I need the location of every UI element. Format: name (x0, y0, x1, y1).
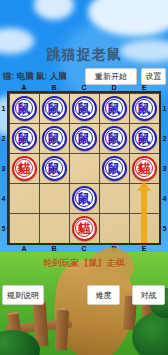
mouse-glyph: 鼠 (18, 102, 31, 115)
coordinate-label: 5 (161, 213, 168, 243)
mouse-piece[interactable]: 鼠 (12, 96, 37, 121)
restart-button[interactable]: 重新开始 (85, 68, 137, 85)
cat-piece[interactable]: 貓 (12, 156, 37, 181)
piece-inner-ring: 鼠 (105, 129, 123, 147)
piece-inner-ring: 鼠 (45, 159, 63, 177)
coordinate-label: D (99, 84, 129, 91)
battle-button[interactable]: 对战 (132, 285, 165, 305)
mouse-glyph: 鼠 (138, 102, 151, 115)
board-cell-E1[interactable]: 鼠 (129, 93, 159, 123)
cat-glyph: 貓 (78, 222, 91, 235)
rules-button[interactable]: 规则说明 (2, 285, 44, 305)
mouse-piece[interactable]: 鼠 (72, 186, 97, 211)
mouse-piece[interactable]: 鼠 (102, 96, 127, 121)
column-labels-top: ABCDE (9, 84, 159, 91)
row-labels-left: 12345 (0, 93, 7, 243)
piece-inner-ring: 貓 (15, 159, 33, 177)
bush (132, 312, 168, 355)
board-cell-D5[interactable] (99, 213, 129, 243)
mouse-piece[interactable]: 鼠 (42, 96, 67, 121)
row-labels-right: 12345 (161, 93, 168, 243)
cat-piece[interactable]: 貓 (132, 156, 157, 181)
piece-inner-ring: 鼠 (15, 99, 33, 117)
cat-glyph: 貓 (18, 162, 31, 175)
board-cell-C5[interactable]: 貓 (69, 213, 99, 243)
mouse-glyph: 鼠 (18, 132, 31, 145)
turn-status: 轮到玩家【鼠】走棋 (0, 257, 168, 270)
board-cell-B2[interactable]: 鼠 (39, 123, 69, 153)
coordinate-label: 3 (0, 153, 7, 183)
coordinate-label: 4 (0, 183, 7, 213)
roles-label: 猫: 电脑 鼠: 人脑 (3, 71, 67, 83)
board-cell-D2[interactable]: 鼠 (99, 123, 129, 153)
cloud (34, 0, 74, 20)
mouse-glyph: 鼠 (78, 192, 91, 205)
coordinate-label: A (9, 245, 39, 252)
fence-post (55, 308, 69, 351)
piece-inner-ring: 鼠 (105, 99, 123, 117)
board-cell-E3[interactable]: 貓 (129, 153, 159, 183)
mouse-piece[interactable]: 鼠 (102, 126, 127, 151)
mouse-piece[interactable]: 鼠 (72, 126, 97, 151)
board-cell-A5[interactable] (9, 213, 39, 243)
last-move-arrow (137, 181, 151, 243)
arrow-shaft (141, 191, 147, 243)
piece-inner-ring: 貓 (75, 219, 93, 237)
cat-piece[interactable]: 貓 (72, 216, 97, 241)
mouse-piece[interactable]: 鼠 (42, 156, 67, 181)
piece-inner-ring: 鼠 (15, 129, 33, 147)
coordinate-label: 4 (161, 183, 168, 213)
mouse-piece[interactable]: 鼠 (132, 126, 157, 151)
mouse-glyph: 鼠 (108, 132, 121, 145)
mouse-piece[interactable]: 鼠 (12, 126, 37, 151)
board-cell-A4[interactable] (9, 183, 39, 213)
game-screen: 跳猫捉老鼠 猫: 电脑 鼠: 人脑 重新开始 设置 ABCDE 12345 鼠鼠… (0, 0, 168, 355)
piece-inner-ring: 鼠 (45, 99, 63, 117)
mouse-glyph: 鼠 (78, 132, 91, 145)
board-cell-D3[interactable]: 鼠 (99, 153, 129, 183)
board-cell-B4[interactable] (39, 183, 69, 213)
mouse-glyph: 鼠 (78, 102, 91, 115)
mouse-piece[interactable]: 鼠 (42, 126, 67, 151)
board-cell-B3[interactable]: 鼠 (39, 153, 69, 183)
mouse-piece[interactable]: 鼠 (72, 96, 97, 121)
piece-inner-ring: 鼠 (75, 129, 93, 147)
difficulty-button[interactable]: 难度 (87, 285, 120, 305)
board-cell-D1[interactable]: 鼠 (99, 93, 129, 123)
coordinate-label: C (69, 245, 99, 252)
coordinate-label: 5 (0, 213, 7, 243)
game-title: 跳猫捉老鼠 (0, 46, 168, 64)
piece-inner-ring: 鼠 (105, 159, 123, 177)
coordinate-label: C (69, 84, 99, 91)
settings-button[interactable]: 设置 (141, 68, 166, 85)
coordinate-label: B (39, 84, 69, 91)
coordinate-label: 1 (161, 93, 168, 123)
mouse-glyph: 鼠 (108, 102, 121, 115)
mouse-glyph: 鼠 (108, 162, 121, 175)
column-labels-bottom: ABCDE (9, 245, 159, 252)
board-cell-C3[interactable] (69, 153, 99, 183)
board-cell-B5[interactable] (39, 213, 69, 243)
coordinate-label: A (9, 84, 39, 91)
board-cell-A2[interactable]: 鼠 (9, 123, 39, 153)
mouse-piece[interactable]: 鼠 (132, 96, 157, 121)
board-cell-C2[interactable]: 鼠 (69, 123, 99, 153)
coordinate-label: 2 (161, 123, 168, 153)
coordinate-label: E (129, 245, 159, 252)
piece-inner-ring: 鼠 (75, 99, 93, 117)
mouse-glyph: 鼠 (48, 162, 61, 175)
coordinate-label: 3 (161, 153, 168, 183)
piece-inner-ring: 鼠 (75, 189, 93, 207)
mouse-glyph: 鼠 (48, 102, 61, 115)
coordinate-label: E (129, 84, 159, 91)
piece-inner-ring: 鼠 (45, 129, 63, 147)
coordinate-label: 1 (0, 93, 7, 123)
mouse-glyph: 鼠 (138, 132, 151, 145)
board-cell-D4[interactable] (99, 183, 129, 213)
board-cell-C1[interactable]: 鼠 (69, 93, 99, 123)
board-area: ABCDE 12345 鼠鼠鼠鼠鼠鼠鼠鼠鼠鼠貓鼠鼠貓鼠貓 12345 ABCDE (0, 84, 168, 252)
board-cell-B1[interactable]: 鼠 (39, 93, 69, 123)
coordinate-label: B (39, 245, 69, 252)
coordinate-label: 2 (0, 123, 7, 153)
piece-inner-ring: 貓 (135, 159, 153, 177)
mouse-glyph: 鼠 (48, 132, 61, 145)
board-cell-A3[interactable]: 貓 (9, 153, 39, 183)
board-cell-C4[interactable]: 鼠 (69, 183, 99, 213)
board-cell-A1[interactable]: 鼠 (9, 93, 39, 123)
piece-inner-ring: 鼠 (135, 129, 153, 147)
cat-glyph: 貓 (138, 162, 151, 175)
piece-inner-ring: 鼠 (135, 99, 153, 117)
mouse-piece[interactable]: 鼠 (102, 156, 127, 181)
board-cell-E2[interactable]: 鼠 (129, 123, 159, 153)
arrow-head (137, 181, 151, 191)
